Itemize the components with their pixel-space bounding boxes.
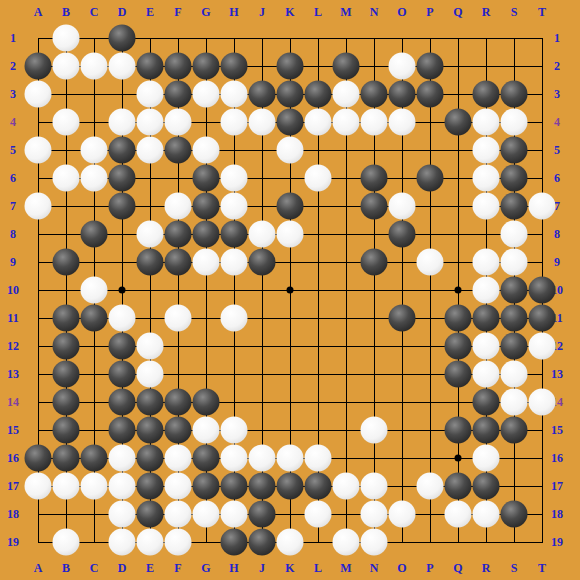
intersection-E17[interactable] [136, 472, 164, 500]
intersection-B19[interactable] [52, 528, 80, 556]
intersection-C9[interactable] [80, 248, 108, 276]
intersection-R12[interactable] [472, 332, 500, 360]
intersection-S7[interactable] [500, 192, 528, 220]
intersection-B9[interactable] [52, 248, 80, 276]
intersection-C18[interactable] [80, 500, 108, 528]
intersection-N1[interactable] [360, 24, 388, 52]
intersection-M6[interactable] [332, 164, 360, 192]
intersection-K18[interactable] [276, 500, 304, 528]
intersection-P2[interactable] [416, 52, 444, 80]
intersection-F10[interactable] [164, 276, 192, 304]
intersection-M17[interactable] [332, 472, 360, 500]
intersection-N19[interactable] [360, 528, 388, 556]
intersection-H19[interactable] [220, 528, 248, 556]
intersection-P18[interactable] [416, 500, 444, 528]
intersection-J18[interactable] [248, 500, 276, 528]
intersection-P1[interactable] [416, 24, 444, 52]
intersection-S13[interactable] [500, 360, 528, 388]
intersection-J13[interactable] [248, 360, 276, 388]
intersection-R4[interactable] [472, 108, 500, 136]
intersection-H10[interactable] [220, 276, 248, 304]
intersection-R8[interactable] [472, 220, 500, 248]
intersection-D13[interactable] [108, 360, 136, 388]
intersection-C1[interactable] [80, 24, 108, 52]
intersection-O15[interactable] [388, 416, 416, 444]
intersection-R1[interactable] [472, 24, 500, 52]
intersection-N8[interactable] [360, 220, 388, 248]
intersection-J10[interactable] [248, 276, 276, 304]
intersection-N9[interactable] [360, 248, 388, 276]
intersection-E11[interactable] [136, 304, 164, 332]
intersection-S4[interactable] [500, 108, 528, 136]
intersection-B10[interactable] [52, 276, 80, 304]
intersection-S9[interactable] [500, 248, 528, 276]
intersection-F16[interactable] [164, 444, 192, 472]
intersection-E8[interactable] [136, 220, 164, 248]
intersection-E13[interactable] [136, 360, 164, 388]
intersection-B2[interactable] [52, 52, 80, 80]
intersection-E5[interactable] [136, 136, 164, 164]
intersection-H12[interactable] [220, 332, 248, 360]
intersection-B17[interactable] [52, 472, 80, 500]
intersection-G13[interactable] [192, 360, 220, 388]
intersection-C3[interactable] [80, 80, 108, 108]
intersection-D10[interactable] [108, 276, 136, 304]
intersection-C11[interactable] [80, 304, 108, 332]
intersection-E16[interactable] [136, 444, 164, 472]
intersection-S12[interactable] [500, 332, 528, 360]
intersection-G10[interactable] [192, 276, 220, 304]
intersection-O7[interactable] [388, 192, 416, 220]
intersection-H4[interactable] [220, 108, 248, 136]
intersection-H18[interactable] [220, 500, 248, 528]
intersection-A5[interactable] [24, 136, 52, 164]
intersection-O17[interactable] [388, 472, 416, 500]
intersection-G3[interactable] [192, 80, 220, 108]
intersection-O19[interactable] [388, 528, 416, 556]
intersection-E6[interactable] [136, 164, 164, 192]
intersection-E14[interactable] [136, 388, 164, 416]
intersection-T19[interactable] [528, 528, 556, 556]
intersection-A7[interactable] [24, 192, 52, 220]
intersection-B4[interactable] [52, 108, 80, 136]
intersection-E10[interactable] [136, 276, 164, 304]
intersection-O13[interactable] [388, 360, 416, 388]
intersection-T4[interactable] [528, 108, 556, 136]
intersection-P3[interactable] [416, 80, 444, 108]
intersection-M10[interactable] [332, 276, 360, 304]
intersection-L16[interactable] [304, 444, 332, 472]
intersection-L10[interactable] [304, 276, 332, 304]
intersection-N14[interactable] [360, 388, 388, 416]
intersection-H3[interactable] [220, 80, 248, 108]
intersection-L3[interactable] [304, 80, 332, 108]
intersection-M11[interactable] [332, 304, 360, 332]
intersection-T13[interactable] [528, 360, 556, 388]
intersection-R9[interactable] [472, 248, 500, 276]
intersection-D14[interactable] [108, 388, 136, 416]
intersection-D3[interactable] [108, 80, 136, 108]
intersection-S11[interactable] [500, 304, 528, 332]
intersection-R19[interactable] [472, 528, 500, 556]
intersection-S5[interactable] [500, 136, 528, 164]
intersection-T10[interactable] [528, 276, 556, 304]
intersection-J9[interactable] [248, 248, 276, 276]
intersection-E15[interactable] [136, 416, 164, 444]
intersection-E3[interactable] [136, 80, 164, 108]
intersection-L1[interactable] [304, 24, 332, 52]
intersection-R18[interactable] [472, 500, 500, 528]
intersection-O4[interactable] [388, 108, 416, 136]
intersection-K3[interactable] [276, 80, 304, 108]
intersection-K15[interactable] [276, 416, 304, 444]
intersection-B14[interactable] [52, 388, 80, 416]
intersection-B7[interactable] [52, 192, 80, 220]
intersection-J8[interactable] [248, 220, 276, 248]
intersection-B8[interactable] [52, 220, 80, 248]
intersection-K11[interactable] [276, 304, 304, 332]
intersection-L5[interactable] [304, 136, 332, 164]
intersection-K7[interactable] [276, 192, 304, 220]
intersection-Q6[interactable] [444, 164, 472, 192]
intersection-H11[interactable] [220, 304, 248, 332]
intersection-L13[interactable] [304, 360, 332, 388]
intersection-M19[interactable] [332, 528, 360, 556]
intersection-B12[interactable] [52, 332, 80, 360]
intersection-C10[interactable] [80, 276, 108, 304]
intersection-S10[interactable] [500, 276, 528, 304]
intersection-Q1[interactable] [444, 24, 472, 52]
intersection-J14[interactable] [248, 388, 276, 416]
intersection-G4[interactable] [192, 108, 220, 136]
intersection-T7[interactable] [528, 192, 556, 220]
intersection-M13[interactable] [332, 360, 360, 388]
intersection-L12[interactable] [304, 332, 332, 360]
intersection-C13[interactable] [80, 360, 108, 388]
intersection-D5[interactable] [108, 136, 136, 164]
intersection-F13[interactable] [164, 360, 192, 388]
intersection-S15[interactable] [500, 416, 528, 444]
intersection-K2[interactable] [276, 52, 304, 80]
intersection-D2[interactable] [108, 52, 136, 80]
intersection-F15[interactable] [164, 416, 192, 444]
intersection-K1[interactable] [276, 24, 304, 52]
intersection-N16[interactable] [360, 444, 388, 472]
intersection-G15[interactable] [192, 416, 220, 444]
intersection-Q15[interactable] [444, 416, 472, 444]
intersection-D17[interactable] [108, 472, 136, 500]
intersection-T15[interactable] [528, 416, 556, 444]
intersection-O18[interactable] [388, 500, 416, 528]
intersection-A17[interactable] [24, 472, 52, 500]
intersection-D19[interactable] [108, 528, 136, 556]
intersection-S14[interactable] [500, 388, 528, 416]
intersection-E2[interactable] [136, 52, 164, 80]
intersection-O12[interactable] [388, 332, 416, 360]
intersection-G12[interactable] [192, 332, 220, 360]
intersection-J1[interactable] [248, 24, 276, 52]
intersection-Q2[interactable] [444, 52, 472, 80]
intersection-H5[interactable] [220, 136, 248, 164]
intersection-A2[interactable] [24, 52, 52, 80]
intersection-H13[interactable] [220, 360, 248, 388]
intersection-A4[interactable] [24, 108, 52, 136]
intersection-M2[interactable] [332, 52, 360, 80]
intersection-A16[interactable] [24, 444, 52, 472]
intersection-G7[interactable] [192, 192, 220, 220]
intersection-F17[interactable] [164, 472, 192, 500]
intersection-R15[interactable] [472, 416, 500, 444]
intersection-P12[interactable] [416, 332, 444, 360]
intersection-F1[interactable] [164, 24, 192, 52]
intersection-D15[interactable] [108, 416, 136, 444]
intersection-L2[interactable] [304, 52, 332, 80]
intersection-M12[interactable] [332, 332, 360, 360]
intersection-A8[interactable] [24, 220, 52, 248]
intersection-K13[interactable] [276, 360, 304, 388]
intersection-A10[interactable] [24, 276, 52, 304]
intersection-T12[interactable] [528, 332, 556, 360]
intersection-D4[interactable] [108, 108, 136, 136]
intersection-G1[interactable] [192, 24, 220, 52]
intersection-O10[interactable] [388, 276, 416, 304]
intersection-G8[interactable] [192, 220, 220, 248]
intersection-F12[interactable] [164, 332, 192, 360]
intersection-S17[interactable] [500, 472, 528, 500]
intersection-O2[interactable] [388, 52, 416, 80]
intersection-L9[interactable] [304, 248, 332, 276]
intersection-A11[interactable] [24, 304, 52, 332]
intersection-G18[interactable] [192, 500, 220, 528]
intersection-E9[interactable] [136, 248, 164, 276]
intersection-F11[interactable] [164, 304, 192, 332]
intersection-P15[interactable] [416, 416, 444, 444]
intersection-L7[interactable] [304, 192, 332, 220]
intersection-F8[interactable] [164, 220, 192, 248]
intersection-R17[interactable] [472, 472, 500, 500]
intersection-S2[interactable] [500, 52, 528, 80]
intersection-S6[interactable] [500, 164, 528, 192]
intersection-C2[interactable] [80, 52, 108, 80]
intersection-T1[interactable] [528, 24, 556, 52]
intersection-G16[interactable] [192, 444, 220, 472]
intersection-F5[interactable] [164, 136, 192, 164]
intersection-A14[interactable] [24, 388, 52, 416]
intersection-R11[interactable] [472, 304, 500, 332]
intersection-N5[interactable] [360, 136, 388, 164]
intersection-C4[interactable] [80, 108, 108, 136]
intersection-N6[interactable] [360, 164, 388, 192]
intersection-R5[interactable] [472, 136, 500, 164]
intersection-K10[interactable] [276, 276, 304, 304]
intersection-S18[interactable] [500, 500, 528, 528]
intersection-J7[interactable] [248, 192, 276, 220]
intersection-L11[interactable] [304, 304, 332, 332]
intersection-F6[interactable] [164, 164, 192, 192]
intersection-J15[interactable] [248, 416, 276, 444]
intersection-N7[interactable] [360, 192, 388, 220]
intersection-D9[interactable] [108, 248, 136, 276]
intersection-G5[interactable] [192, 136, 220, 164]
intersection-H17[interactable] [220, 472, 248, 500]
intersection-K4[interactable] [276, 108, 304, 136]
intersection-F14[interactable] [164, 388, 192, 416]
intersection-G11[interactable] [192, 304, 220, 332]
intersection-H16[interactable] [220, 444, 248, 472]
intersection-T18[interactable] [528, 500, 556, 528]
intersection-P19[interactable] [416, 528, 444, 556]
intersection-B16[interactable] [52, 444, 80, 472]
intersection-C6[interactable] [80, 164, 108, 192]
intersection-N2[interactable] [360, 52, 388, 80]
intersection-H15[interactable] [220, 416, 248, 444]
intersection-H8[interactable] [220, 220, 248, 248]
intersection-P7[interactable] [416, 192, 444, 220]
intersection-J12[interactable] [248, 332, 276, 360]
intersection-P5[interactable] [416, 136, 444, 164]
intersection-H2[interactable] [220, 52, 248, 80]
intersection-T6[interactable] [528, 164, 556, 192]
intersection-T9[interactable] [528, 248, 556, 276]
intersection-Q7[interactable] [444, 192, 472, 220]
intersection-Q3[interactable] [444, 80, 472, 108]
intersection-H14[interactable] [220, 388, 248, 416]
intersection-H9[interactable] [220, 248, 248, 276]
intersection-S3[interactable] [500, 80, 528, 108]
intersection-R13[interactable] [472, 360, 500, 388]
intersection-H6[interactable] [220, 164, 248, 192]
intersection-A3[interactable] [24, 80, 52, 108]
intersection-L8[interactable] [304, 220, 332, 248]
intersection-B6[interactable] [52, 164, 80, 192]
intersection-G19[interactable] [192, 528, 220, 556]
intersection-F18[interactable] [164, 500, 192, 528]
intersection-J16[interactable] [248, 444, 276, 472]
intersection-J4[interactable] [248, 108, 276, 136]
intersection-L18[interactable] [304, 500, 332, 528]
intersection-H7[interactable] [220, 192, 248, 220]
intersection-N11[interactable] [360, 304, 388, 332]
intersection-F19[interactable] [164, 528, 192, 556]
intersection-E7[interactable] [136, 192, 164, 220]
intersection-O5[interactable] [388, 136, 416, 164]
intersection-F4[interactable] [164, 108, 192, 136]
intersection-O9[interactable] [388, 248, 416, 276]
intersection-A15[interactable] [24, 416, 52, 444]
intersection-A1[interactable] [24, 24, 52, 52]
intersection-D7[interactable] [108, 192, 136, 220]
intersection-D6[interactable] [108, 164, 136, 192]
intersection-M18[interactable] [332, 500, 360, 528]
intersection-C8[interactable] [80, 220, 108, 248]
intersection-P6[interactable] [416, 164, 444, 192]
intersection-F3[interactable] [164, 80, 192, 108]
intersection-O3[interactable] [388, 80, 416, 108]
intersection-N4[interactable] [360, 108, 388, 136]
intersection-T2[interactable] [528, 52, 556, 80]
intersection-B3[interactable] [52, 80, 80, 108]
intersection-T17[interactable] [528, 472, 556, 500]
intersection-B18[interactable] [52, 500, 80, 528]
intersection-K14[interactable] [276, 388, 304, 416]
intersection-A19[interactable] [24, 528, 52, 556]
intersection-J3[interactable] [248, 80, 276, 108]
intersection-Q17[interactable] [444, 472, 472, 500]
intersection-C7[interactable] [80, 192, 108, 220]
intersection-Q5[interactable] [444, 136, 472, 164]
intersection-R3[interactable] [472, 80, 500, 108]
intersection-S16[interactable] [500, 444, 528, 472]
intersection-O14[interactable] [388, 388, 416, 416]
intersection-O6[interactable] [388, 164, 416, 192]
intersection-Q11[interactable] [444, 304, 472, 332]
intersection-D1[interactable] [108, 24, 136, 52]
intersection-D16[interactable] [108, 444, 136, 472]
intersection-G2[interactable] [192, 52, 220, 80]
intersection-L14[interactable] [304, 388, 332, 416]
intersection-K12[interactable] [276, 332, 304, 360]
intersection-J19[interactable] [248, 528, 276, 556]
intersection-C16[interactable] [80, 444, 108, 472]
intersection-G9[interactable] [192, 248, 220, 276]
intersection-G6[interactable] [192, 164, 220, 192]
intersection-D11[interactable] [108, 304, 136, 332]
intersection-O16[interactable] [388, 444, 416, 472]
intersection-L19[interactable] [304, 528, 332, 556]
intersection-M14[interactable] [332, 388, 360, 416]
intersection-K9[interactable] [276, 248, 304, 276]
intersection-A18[interactable] [24, 500, 52, 528]
intersection-P17[interactable] [416, 472, 444, 500]
intersection-P8[interactable] [416, 220, 444, 248]
intersection-M4[interactable] [332, 108, 360, 136]
intersection-C14[interactable] [80, 388, 108, 416]
intersection-Q9[interactable] [444, 248, 472, 276]
intersection-K5[interactable] [276, 136, 304, 164]
intersection-C5[interactable] [80, 136, 108, 164]
intersection-Q10[interactable] [444, 276, 472, 304]
intersection-N18[interactable] [360, 500, 388, 528]
intersection-D18[interactable] [108, 500, 136, 528]
intersection-G14[interactable] [192, 388, 220, 416]
intersection-N15[interactable] [360, 416, 388, 444]
intersection-B15[interactable] [52, 416, 80, 444]
intersection-K19[interactable] [276, 528, 304, 556]
intersection-E12[interactable] [136, 332, 164, 360]
intersection-M8[interactable] [332, 220, 360, 248]
intersection-T8[interactable] [528, 220, 556, 248]
intersection-P13[interactable] [416, 360, 444, 388]
intersection-T3[interactable] [528, 80, 556, 108]
intersection-P11[interactable] [416, 304, 444, 332]
intersection-M16[interactable] [332, 444, 360, 472]
intersection-L15[interactable] [304, 416, 332, 444]
intersection-M9[interactable] [332, 248, 360, 276]
intersection-D8[interactable] [108, 220, 136, 248]
intersection-P10[interactable] [416, 276, 444, 304]
intersection-F7[interactable] [164, 192, 192, 220]
intersection-T11[interactable] [528, 304, 556, 332]
intersection-P9[interactable] [416, 248, 444, 276]
intersection-B13[interactable] [52, 360, 80, 388]
intersection-C15[interactable] [80, 416, 108, 444]
intersection-C19[interactable] [80, 528, 108, 556]
intersection-E18[interactable] [136, 500, 164, 528]
intersection-J2[interactable] [248, 52, 276, 80]
intersection-F2[interactable] [164, 52, 192, 80]
intersection-Q4[interactable] [444, 108, 472, 136]
intersection-A6[interactable] [24, 164, 52, 192]
